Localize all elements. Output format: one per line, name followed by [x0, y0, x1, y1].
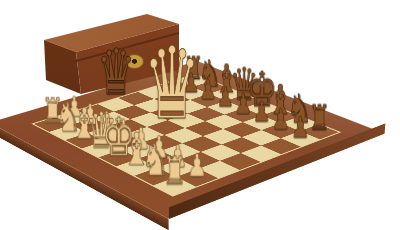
light-rook-h1: ♜	[141, 152, 207, 190]
product-photo-scene: ♜♞♝♛♚♝♞♜♟♟♟♟♟♟♟♟♟♟♟♟♟♟♟♟♜♞♝♛♚♝♞♜ ♛ ♛	[0, 0, 400, 230]
extra-dark-queen: ♛	[91, 41, 140, 104]
extra-light-queen: ♛	[138, 33, 207, 133]
dark-pawn-h7: ♟	[270, 113, 331, 142]
